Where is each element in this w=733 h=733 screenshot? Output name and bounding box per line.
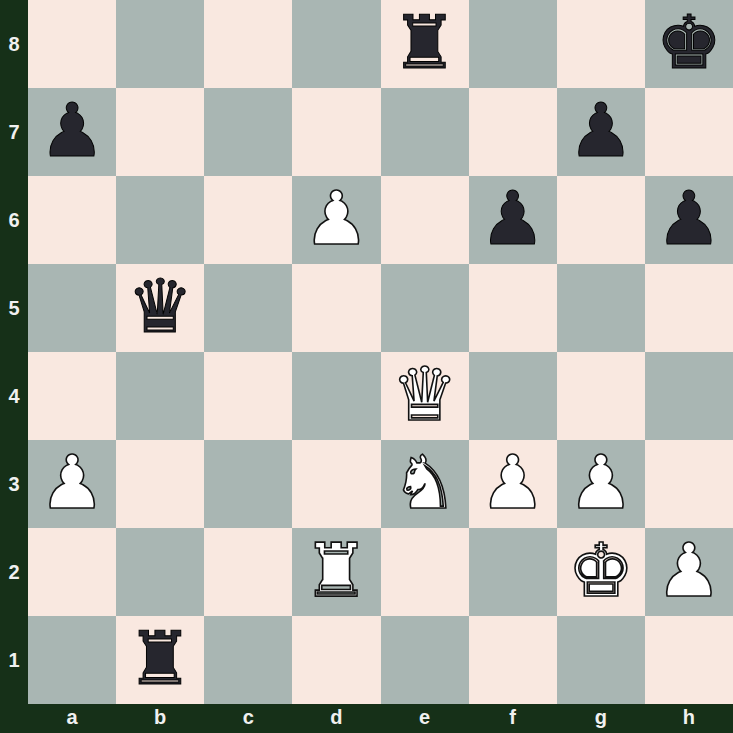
square-e4[interactable]: ♛ (381, 352, 469, 440)
square-g3[interactable]: ♟ (557, 440, 645, 528)
square-h8[interactable]: ♚ (645, 0, 733, 88)
rank-label-8: 8 (0, 0, 28, 88)
piece-white-knight[interactable]: ♞ (391, 445, 457, 519)
rank-label-3: 3 (0, 440, 28, 528)
file-label-d: d (292, 704, 380, 733)
piece-black-pawn[interactable]: ♟ (568, 93, 634, 167)
file-label-c: c (204, 704, 292, 733)
square-g7[interactable]: ♟ (557, 88, 645, 176)
square-b3[interactable] (116, 440, 204, 528)
square-b5[interactable]: ♛ (116, 264, 204, 352)
square-g4[interactable] (557, 352, 645, 440)
file-label-b: b (116, 704, 204, 733)
piece-white-pawn[interactable]: ♟ (480, 445, 546, 519)
square-d2[interactable]: ♜ (292, 528, 380, 616)
square-c6[interactable] (204, 176, 292, 264)
square-f6[interactable]: ♟ (469, 176, 557, 264)
file-label-e: e (381, 704, 469, 733)
square-e3[interactable]: ♞ (381, 440, 469, 528)
square-h1[interactable] (645, 616, 733, 704)
piece-black-rook[interactable]: ♜ (391, 5, 457, 79)
square-e2[interactable] (381, 528, 469, 616)
square-g2[interactable]: ♚ (557, 528, 645, 616)
chess-board-frame: 87654321 ♜♚♟♟♟♟♟♛♛♟♞♟♟♜♚♟♜ abcdefgh (0, 0, 733, 733)
square-d6[interactable]: ♟ (292, 176, 380, 264)
piece-white-rook[interactable]: ♜ (303, 533, 369, 607)
square-c5[interactable] (204, 264, 292, 352)
file-label-f: f (469, 704, 557, 733)
piece-black-pawn[interactable]: ♟ (656, 181, 722, 255)
square-a5[interactable] (28, 264, 116, 352)
square-e6[interactable] (381, 176, 469, 264)
file-label-g: g (557, 704, 645, 733)
square-c8[interactable] (204, 0, 292, 88)
piece-white-pawn[interactable]: ♟ (656, 533, 722, 607)
square-f3[interactable]: ♟ (469, 440, 557, 528)
square-a3[interactable]: ♟ (28, 440, 116, 528)
square-d5[interactable] (292, 264, 380, 352)
square-d7[interactable] (292, 88, 380, 176)
square-c3[interactable] (204, 440, 292, 528)
square-a2[interactable] (28, 528, 116, 616)
square-f7[interactable] (469, 88, 557, 176)
rank-label-6: 6 (0, 176, 28, 264)
square-f2[interactable] (469, 528, 557, 616)
square-h6[interactable]: ♟ (645, 176, 733, 264)
square-b7[interactable] (116, 88, 204, 176)
square-e7[interactable] (381, 88, 469, 176)
square-d1[interactable] (292, 616, 380, 704)
square-b4[interactable] (116, 352, 204, 440)
square-b6[interactable] (116, 176, 204, 264)
square-c4[interactable] (204, 352, 292, 440)
square-g1[interactable] (557, 616, 645, 704)
piece-black-pawn[interactable]: ♟ (480, 181, 546, 255)
square-a4[interactable] (28, 352, 116, 440)
piece-black-queen[interactable]: ♛ (127, 269, 193, 343)
rank-label-4: 4 (0, 352, 28, 440)
square-a1[interactable] (28, 616, 116, 704)
piece-white-queen[interactable]: ♛ (391, 357, 457, 431)
piece-black-king[interactable]: ♚ (656, 5, 722, 79)
square-g6[interactable] (557, 176, 645, 264)
piece-black-rook[interactable]: ♜ (127, 621, 193, 695)
square-b8[interactable] (116, 0, 204, 88)
square-c7[interactable] (204, 88, 292, 176)
square-f1[interactable] (469, 616, 557, 704)
square-f8[interactable] (469, 0, 557, 88)
square-b1[interactable]: ♜ (116, 616, 204, 704)
rank-label-5: 5 (0, 264, 28, 352)
square-d8[interactable] (292, 0, 380, 88)
square-e1[interactable] (381, 616, 469, 704)
square-c1[interactable] (204, 616, 292, 704)
square-g5[interactable] (557, 264, 645, 352)
chess-board: ♜♚♟♟♟♟♟♛♛♟♞♟♟♜♚♟♜ (28, 0, 733, 704)
rank-label-2: 2 (0, 528, 28, 616)
square-f4[interactable] (469, 352, 557, 440)
square-h2[interactable]: ♟ (645, 528, 733, 616)
square-c2[interactable] (204, 528, 292, 616)
rank-labels: 87654321 (0, 0, 28, 704)
rank-label-7: 7 (0, 88, 28, 176)
square-h3[interactable] (645, 440, 733, 528)
file-label-a: a (28, 704, 116, 733)
file-label-h: h (645, 704, 733, 733)
square-a8[interactable] (28, 0, 116, 88)
square-a6[interactable] (28, 176, 116, 264)
piece-black-pawn[interactable]: ♟ (39, 93, 105, 167)
square-e5[interactable] (381, 264, 469, 352)
square-b2[interactable] (116, 528, 204, 616)
piece-white-pawn[interactable]: ♟ (39, 445, 105, 519)
piece-white-pawn[interactable]: ♟ (303, 181, 369, 255)
square-d4[interactable] (292, 352, 380, 440)
square-e8[interactable]: ♜ (381, 0, 469, 88)
square-a7[interactable]: ♟ (28, 88, 116, 176)
square-g8[interactable] (557, 0, 645, 88)
square-f5[interactable] (469, 264, 557, 352)
piece-white-pawn[interactable]: ♟ (568, 445, 634, 519)
square-h7[interactable] (645, 88, 733, 176)
file-labels: abcdefgh (28, 704, 733, 733)
rank-label-1: 1 (0, 616, 28, 704)
square-h4[interactable] (645, 352, 733, 440)
square-h5[interactable] (645, 264, 733, 352)
piece-white-king[interactable]: ♚ (568, 533, 634, 607)
square-d3[interactable] (292, 440, 380, 528)
